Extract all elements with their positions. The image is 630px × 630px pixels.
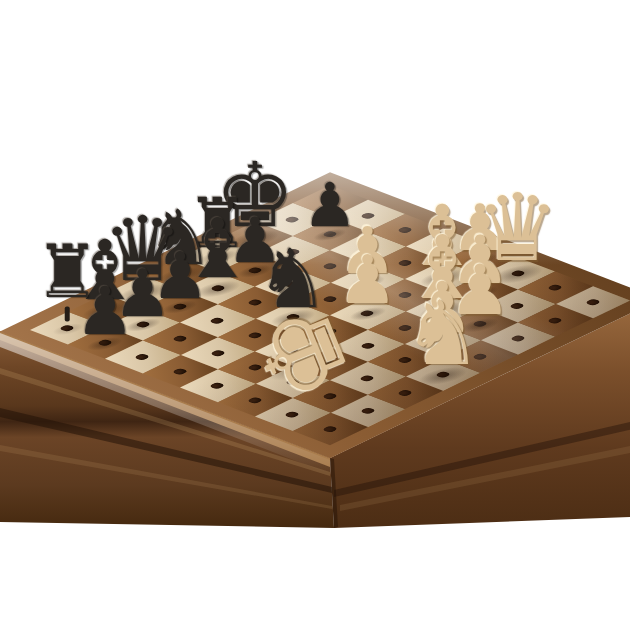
piece-white-knight: ♞ [403, 290, 483, 374]
piece-mounting-peg [65, 306, 70, 321]
piece-black-pawn: ♟ [75, 280, 134, 343]
pieces-layer: ♟♚♜♟♟♛♞♝♟♝♟♛♟♝♝♟♞♟♟♜♟♟♚♞ [0, 0, 630, 630]
chess-photo-scene: ♟♚♜♟♟♛♞♝♟♝♟♛♟♝♝♟♞♟♟♜♟♟♚♞ [0, 0, 630, 630]
